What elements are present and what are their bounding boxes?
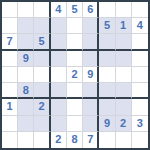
cell-r9c2[interactable] (18, 132, 34, 148)
cell-r4c8[interactable] (116, 51, 132, 67)
cell-r3c7[interactable] (99, 34, 115, 50)
cell-r4c2[interactable]: 9 (18, 51, 34, 67)
cell-r8c5[interactable] (67, 116, 83, 132)
cell-r7c8[interactable] (116, 99, 132, 115)
cell-r5c9[interactable] (132, 67, 148, 83)
cell-r7c7[interactable] (99, 99, 115, 115)
cell-r9c8[interactable] (116, 132, 132, 148)
cell-r1c2[interactable] (18, 2, 34, 18)
cell-r2c5[interactable] (67, 18, 83, 34)
cell-r8c7[interactable]: 9 (99, 116, 115, 132)
cell-r3c9[interactable] (132, 34, 148, 50)
cell-r2c1[interactable] (2, 18, 18, 34)
cell-r6c6[interactable] (83, 83, 99, 99)
cell-r5c3[interactable] (34, 67, 50, 83)
cell-r8c3[interactable] (34, 116, 50, 132)
cell-r5c7[interactable] (99, 67, 115, 83)
cell-r4c3[interactable] (34, 51, 50, 67)
cell-r1c8[interactable] (116, 2, 132, 18)
cell-r1c6[interactable]: 6 (83, 2, 99, 18)
cell-r8c9[interactable]: 3 (132, 116, 148, 132)
cell-r5c5[interactable]: 2 (67, 67, 83, 83)
cell-r5c6[interactable]: 9 (83, 67, 99, 83)
cell-r9c1[interactable] (2, 132, 18, 148)
cell-r6c7[interactable] (99, 83, 115, 99)
cell-r4c6[interactable] (83, 51, 99, 67)
cell-r9c3[interactable] (34, 132, 50, 148)
cell-r1c9[interactable] (132, 2, 148, 18)
cell-r2c3[interactable] (34, 18, 50, 34)
cell-r8c2[interactable] (18, 116, 34, 132)
cell-r8c1[interactable] (2, 116, 18, 132)
cell-r6c2[interactable]: 8 (18, 83, 34, 99)
cell-r2c2[interactable] (18, 18, 34, 34)
cell-r7c1[interactable]: 1 (2, 99, 18, 115)
cell-r3c2[interactable] (18, 34, 34, 50)
cell-r7c5[interactable] (67, 99, 83, 115)
cell-r3c6[interactable] (83, 34, 99, 50)
cell-r9c5[interactable]: 8 (67, 132, 83, 148)
cell-r3c5[interactable] (67, 34, 83, 50)
cell-r3c1[interactable]: 7 (2, 34, 18, 50)
cell-r2c9[interactable]: 4 (132, 18, 148, 34)
cell-r5c1[interactable] (2, 67, 18, 83)
cell-r4c4[interactable] (51, 51, 67, 67)
cell-r4c9[interactable] (132, 51, 148, 67)
cell-r7c9[interactable] (132, 99, 148, 115)
cell-r6c1[interactable] (2, 83, 18, 99)
cell-r9c6[interactable]: 7 (83, 132, 99, 148)
cell-r3c3[interactable]: 5 (34, 34, 50, 50)
cell-r8c8[interactable]: 2 (116, 116, 132, 132)
cell-r9c4[interactable]: 2 (51, 132, 67, 148)
cell-r6c9[interactable] (132, 83, 148, 99)
cell-r1c1[interactable] (2, 2, 18, 18)
cell-r4c7[interactable] (99, 51, 115, 67)
cell-r6c3[interactable] (34, 83, 50, 99)
sudoku-board: 45651475929812923287 (0, 0, 150, 150)
cell-r4c5[interactable] (67, 51, 83, 67)
cell-r5c4[interactable] (51, 67, 67, 83)
cell-r8c6[interactable] (83, 116, 99, 132)
cell-r6c8[interactable] (116, 83, 132, 99)
cell-r6c4[interactable] (51, 83, 67, 99)
cell-r9c9[interactable] (132, 132, 148, 148)
cell-r5c2[interactable] (18, 67, 34, 83)
cell-r5c8[interactable] (116, 67, 132, 83)
cell-r6c5[interactable] (67, 83, 83, 99)
cell-r3c4[interactable] (51, 34, 67, 50)
cell-r7c3[interactable]: 2 (34, 99, 50, 115)
cell-r7c2[interactable] (18, 99, 34, 115)
cell-r1c3[interactable] (34, 2, 50, 18)
cell-r2c6[interactable] (83, 18, 99, 34)
cell-r8c4[interactable] (51, 116, 67, 132)
cell-r1c7[interactable] (99, 2, 115, 18)
cell-r2c8[interactable]: 1 (116, 18, 132, 34)
cell-r1c5[interactable]: 5 (67, 2, 83, 18)
cell-r2c7[interactable]: 5 (99, 18, 115, 34)
cell-r7c6[interactable] (83, 99, 99, 115)
cell-r4c1[interactable] (2, 51, 18, 67)
cell-r7c4[interactable] (51, 99, 67, 115)
cell-r3c8[interactable] (116, 34, 132, 50)
cell-r2c4[interactable] (51, 18, 67, 34)
cell-r1c4[interactable]: 4 (51, 2, 67, 18)
cell-r9c7[interactable] (99, 132, 115, 148)
